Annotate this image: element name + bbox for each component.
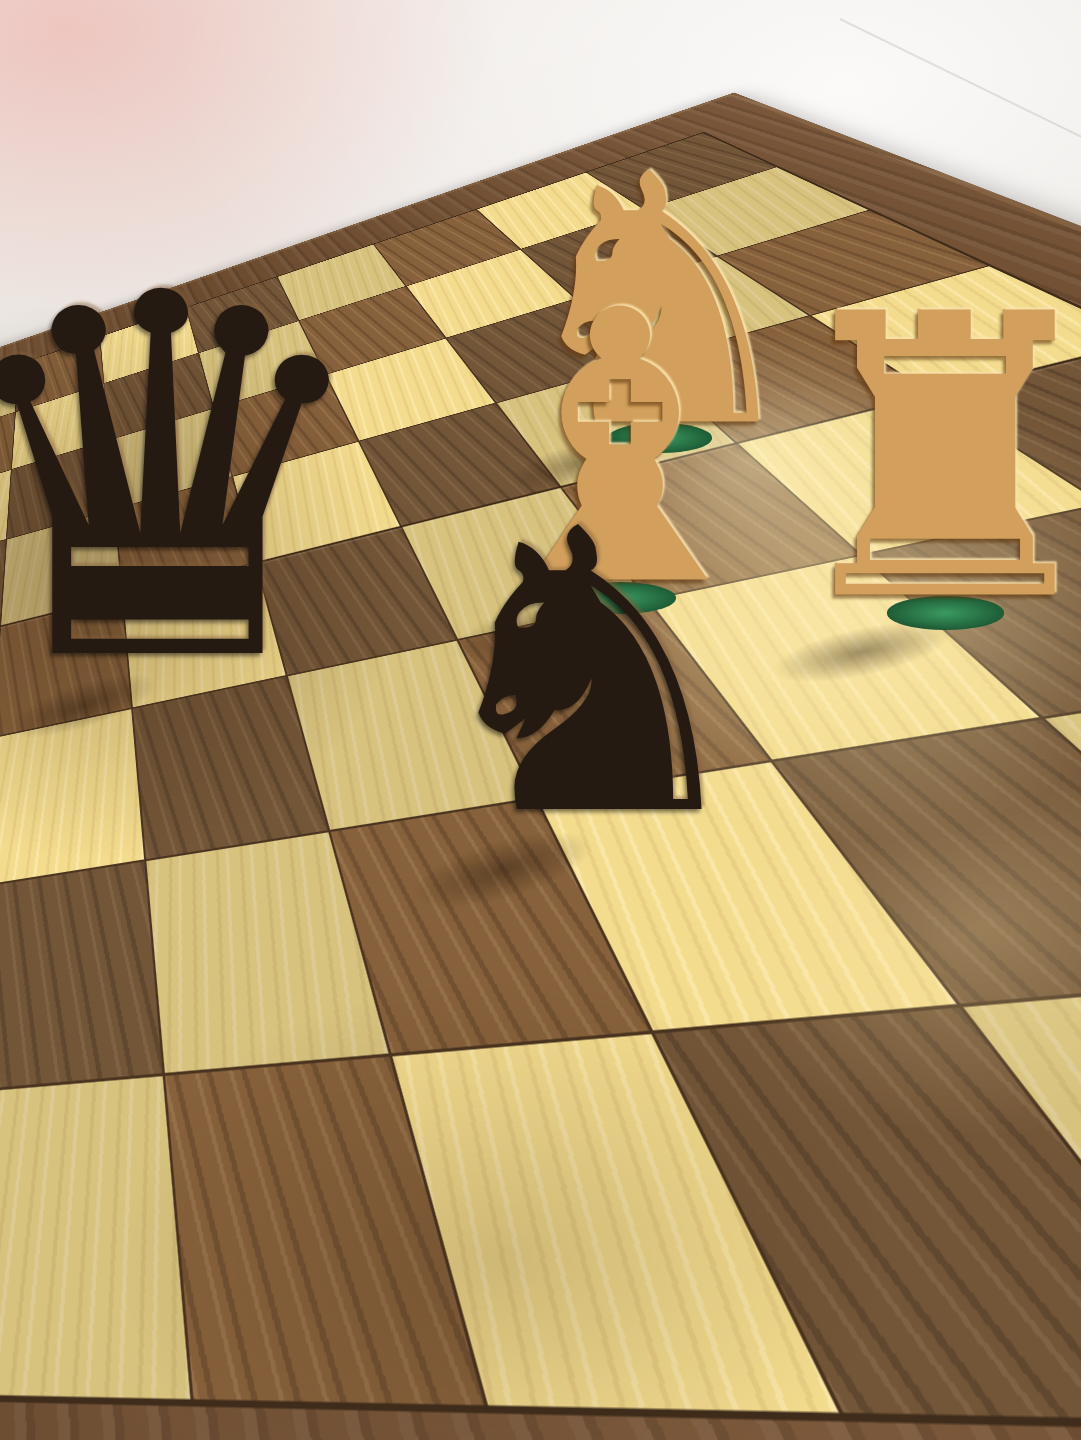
white-rook-on-g4[interactable]: ♜: [770, 264, 1081, 654]
square-b1[interactable]: [0, 1076, 191, 1399]
photo-scene: ♞♝♜♞♛: [0, 0, 1081, 1440]
black-queen-on-b4[interactable]: ♛: [0, 230, 384, 730]
black-knight-on-d3[interactable]: ♞: [415, 479, 765, 869]
square-b2[interactable]: [0, 861, 163, 1090]
